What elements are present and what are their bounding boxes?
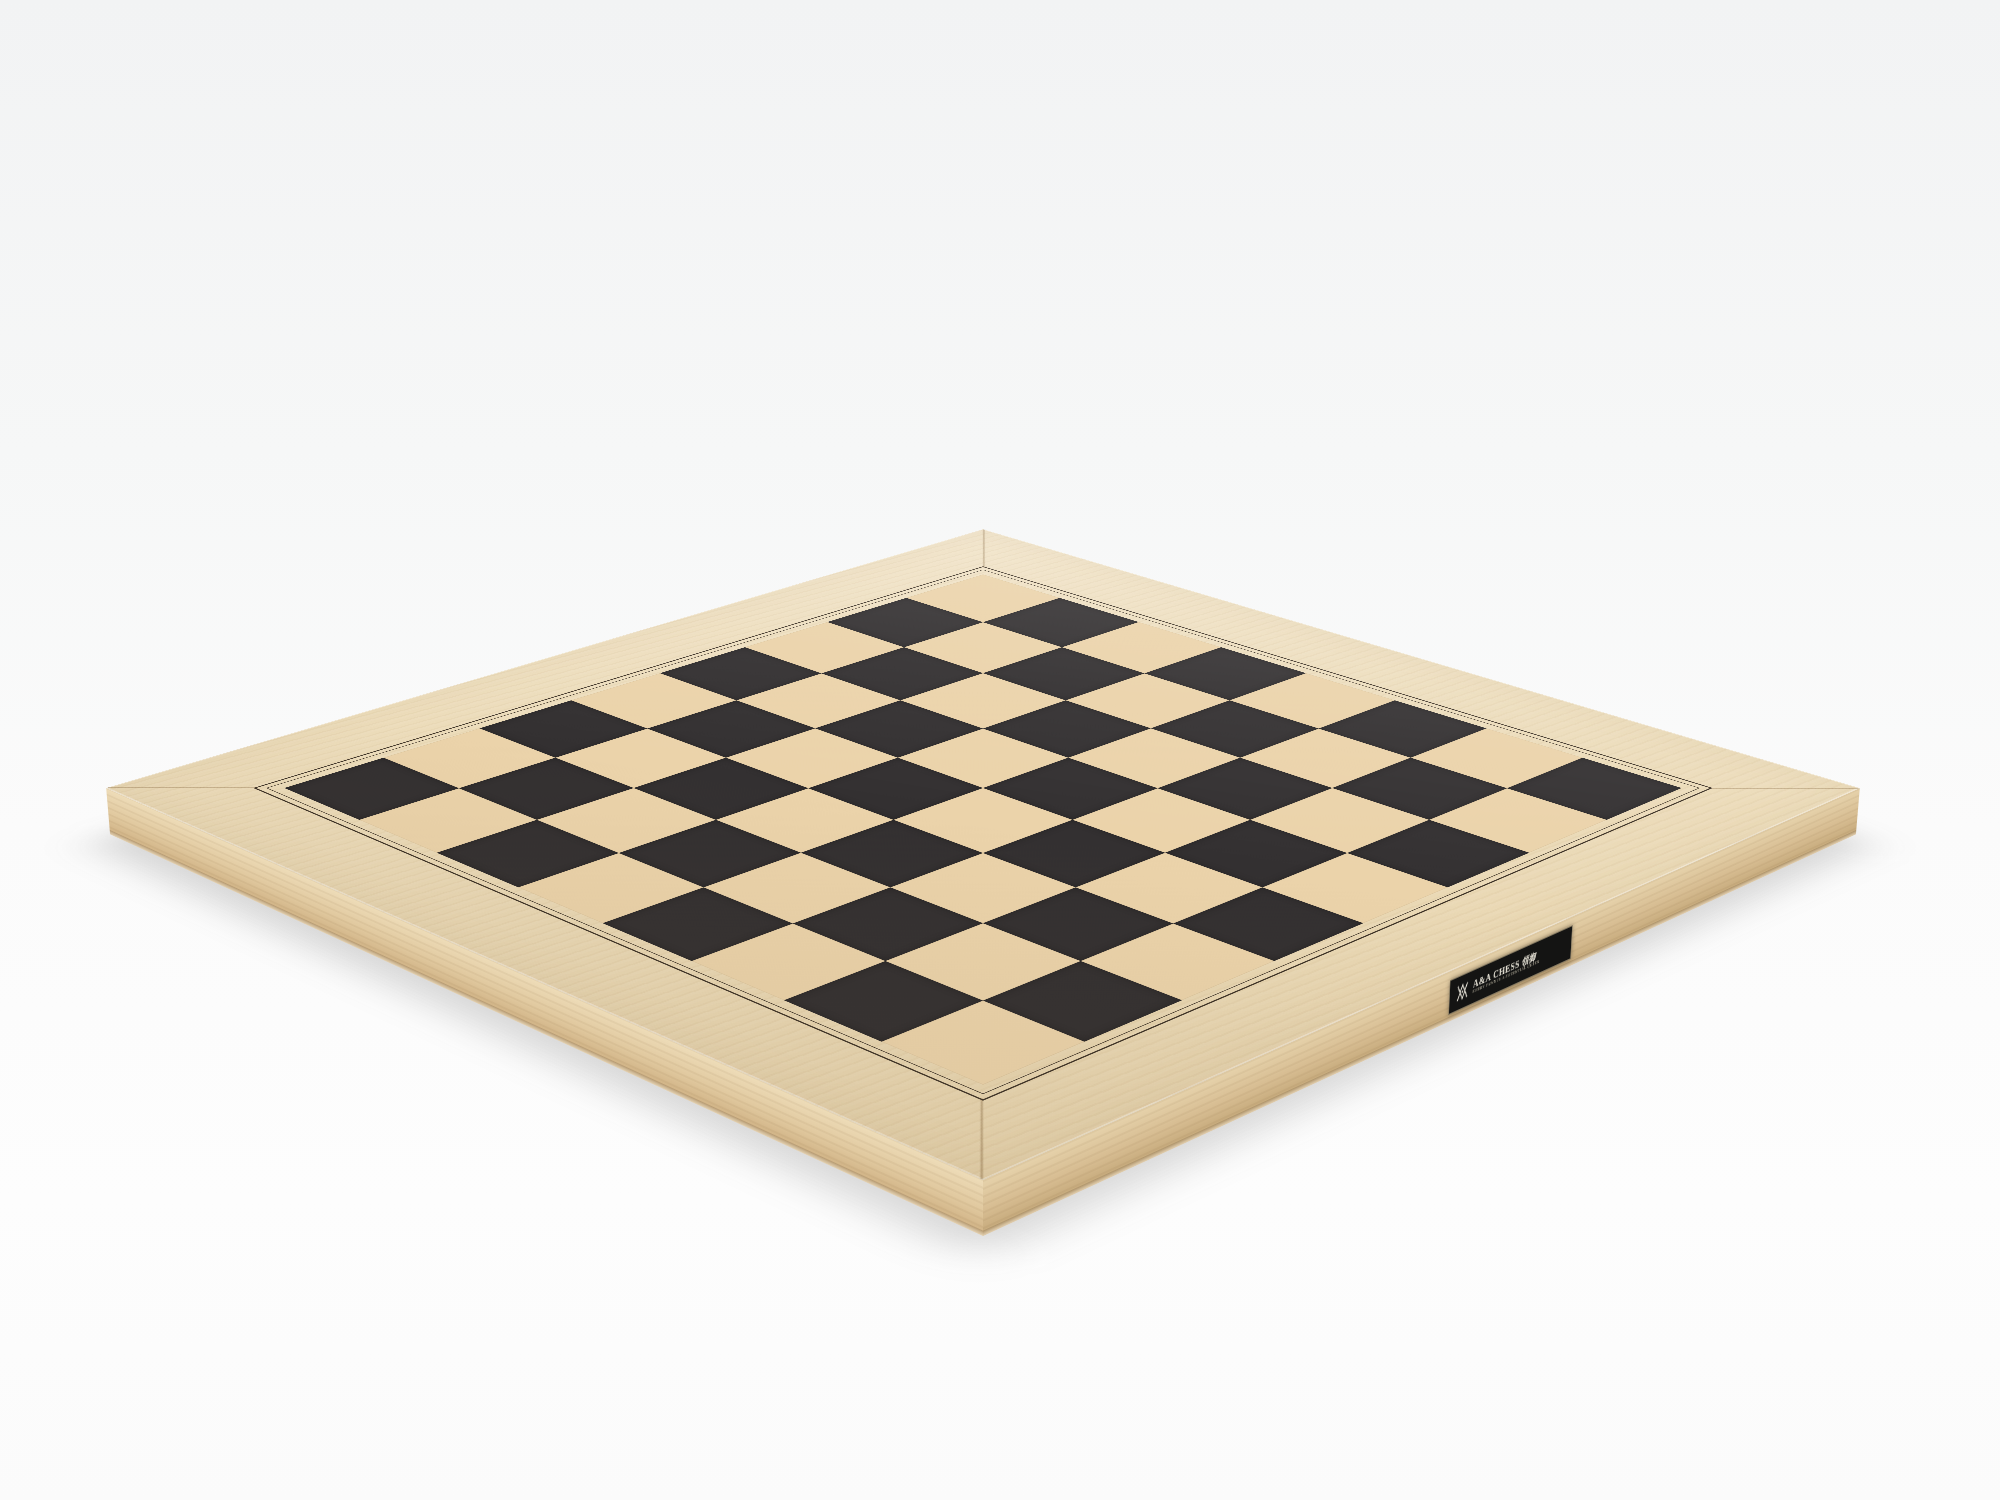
square-g2 [886,923,1080,1000]
square-h4 [1173,887,1363,961]
square-e1 [603,887,793,961]
square-d2 [619,820,801,888]
square-f2 [793,887,983,961]
square-h2 [983,961,1182,1042]
square-g1 [784,961,983,1042]
square-f3 [890,853,1076,923]
square-e3 [801,820,983,888]
square-d1 [518,853,704,923]
square-g4 [1076,853,1262,923]
square-g5 [1165,820,1347,888]
aa-monogram-icon [1455,978,1470,1005]
chessboard: A&A CHESS 領御 EVERY PAWN IS A POTENTIAL Q… [106,529,1860,1180]
frame-miter-joint [981,1098,983,1179]
square-c1 [437,820,619,888]
square-c2 [537,788,715,853]
product-photo: A&A CHESS 領御 EVERY PAWN IS A POTENTIAL Q… [0,0,2000,1500]
square-h7 [1429,788,1607,853]
square-h1 [881,1000,1085,1085]
frame-miter-joint [1708,788,1858,789]
square-d3 [716,788,894,853]
square-h6 [1347,820,1529,888]
square-e4 [894,788,1072,853]
square-f1 [691,923,885,1000]
square-b1 [359,788,537,853]
frame-miter-joint [983,530,984,568]
square-h3 [1080,923,1274,1000]
square-g6 [1250,788,1428,853]
square-h5 [1262,853,1448,923]
square-e2 [704,853,890,923]
square-f5 [1072,788,1250,853]
square-f4 [983,820,1165,888]
photo-scene: A&A CHESS 領御 EVERY PAWN IS A POTENTIAL Q… [0,0,2000,1500]
board-top-face [106,529,1860,1180]
square-g3 [983,887,1173,961]
frame-miter-joint [108,787,258,788]
